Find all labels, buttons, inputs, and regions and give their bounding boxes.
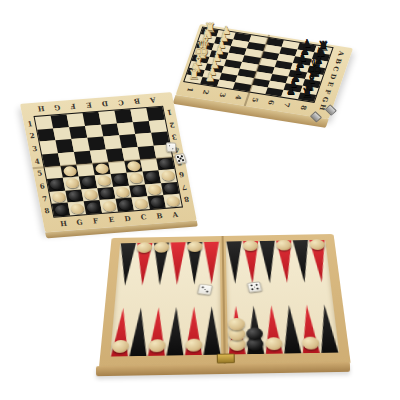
backgammon-checker-dark (246, 327, 263, 340)
die-pip (169, 145, 170, 146)
backgammon-point-bottom (280, 305, 302, 354)
checkers-board-plane: HGFEDCBA HGFEDCBA 12345678 12345678 (20, 92, 197, 232)
chess-piece-white-rook: ♜ (187, 68, 201, 81)
chess-piece-black-pawn: ♟ (284, 85, 298, 96)
brass-hinge-icon (217, 353, 235, 363)
die (174, 153, 187, 165)
die-pip (202, 286, 204, 288)
backgammon-checker-light (228, 317, 245, 330)
backgammon-checker-light (187, 241, 202, 252)
die-pip (257, 288, 259, 290)
checkers-rank-label: 8 (40, 204, 54, 217)
die-pip (182, 159, 184, 161)
die-pip (206, 291, 208, 293)
backgammon-point-top (203, 242, 220, 285)
backgammon-point-bottom (166, 307, 185, 356)
checkers-rank-label: 1 (23, 117, 37, 130)
backgammon-point-top (116, 243, 136, 286)
die-pip (250, 284, 252, 286)
backgammon-point-top (168, 242, 186, 285)
backgammon-checker-light (148, 339, 165, 352)
checkers-rank-label: 2 (25, 129, 39, 142)
checkers-rank-label: 6 (175, 168, 189, 181)
backgammon-point-top (259, 241, 279, 284)
backgammon-checker-light (154, 241, 170, 252)
box-clasp-icon (325, 104, 337, 116)
checkers-rank-label: 1 (162, 106, 176, 119)
backgammon-right-half (226, 240, 339, 355)
backgammon-checker-light (185, 338, 202, 351)
die-pip (251, 289, 253, 291)
chess-piece-black-rook: ♜ (300, 86, 314, 99)
checkers-rank-label: 8 (179, 193, 193, 206)
die-pip (181, 155, 183, 157)
die-pip (172, 148, 173, 149)
chess-piece-white-pawn: ♟ (203, 72, 217, 83)
backgammon-case-interior (99, 234, 351, 368)
die (247, 281, 263, 293)
checkers-rank-label: 3 (28, 142, 42, 155)
die-pip (178, 160, 180, 162)
checkers-file-label: A (144, 94, 162, 107)
backgammon-checker-light (265, 337, 282, 350)
die-pip (256, 284, 258, 286)
backgammon-point-bottom (315, 304, 339, 353)
checkers-file-label: A (166, 207, 185, 222)
checkers-rank-label: 7 (37, 192, 51, 205)
die (166, 142, 177, 152)
die (197, 284, 213, 295)
backgammon-point-bottom (203, 306, 222, 355)
checkers-rank-label: 5 (33, 167, 47, 180)
die-pip (253, 286, 255, 288)
backgammon-checker-light (301, 336, 319, 349)
backgammon-checker-light (276, 239, 292, 250)
backgammon-left-half (110, 242, 221, 357)
backgammon-point-bottom (129, 307, 150, 356)
product-photo-stage: 12345678 ABCDEFGH ♜♞♝♛♚♝♞♜♟♟♟♟♟♟♟♟♟♟♟♟♟♟… (0, 0, 400, 400)
backgammon-checker-light (243, 240, 259, 251)
checkers-rank-label: 6 (35, 179, 49, 192)
backgammon-point-top (226, 241, 244, 284)
